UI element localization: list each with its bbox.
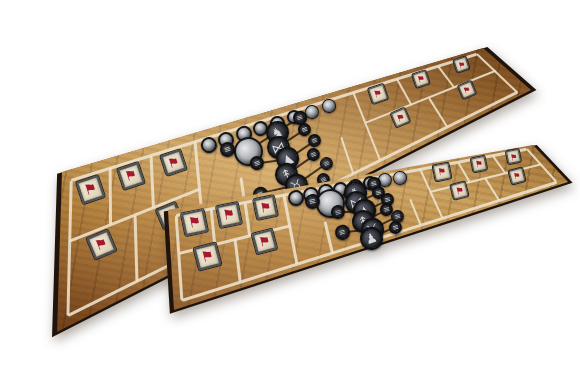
red-rune-icon: ⚑ [259,200,273,215]
petroglyph-icon: ≡ [334,207,343,217]
petroglyph-icon: ≡ [308,197,317,207]
petroglyph-icon: ♟ [363,230,378,246]
red-rune-icon: ⚑ [222,207,237,223]
red-rune-icon: ⚑ [509,152,518,162]
red-rune-icon: ⚑ [437,166,447,177]
action-square-rt1[interactable]: ⚑ [433,162,451,180]
petroglyph-icon: ≡ [383,205,391,214]
action-square-rb2[interactable]: ⚑ [508,167,525,184]
red-rune-icon: ⚑ [455,185,466,196]
red-rune-icon: ⚑ [200,248,216,265]
red-rune-icon: ⚑ [257,234,272,250]
red-rune-icon: ⚑ [474,159,484,169]
playmat-front: ♞⋈▲↟♉♟≡≡≡≡≡≡≡≡≡⚑⚑⚑⚑⚑⚑⚑⚑⚑⚑ [0,0,580,387]
action-square-lt1[interactable]: ⚑ [180,209,208,237]
red-rune-icon: ⚑ [512,170,522,180]
petroglyph-icon: ≡ [337,228,346,238]
product-photo-scene: ♞⋈▲↟♉♟≡≡≡≡≡≡≡≡≡⚑⚑⚑⚑⚑⚑⚑⚑⚑⚑ ♞⋈▲↟♉♟≡≡≡≡≡≡≡≡… [0,0,580,387]
red-rune-icon: ⚑ [186,214,202,231]
petroglyph-icon: ≡ [391,223,399,232]
